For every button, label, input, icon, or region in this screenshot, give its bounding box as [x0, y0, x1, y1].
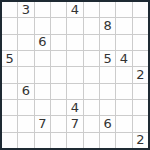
cell-r1c5: 4 [67, 2, 82, 17]
cell-r3c1[interactable] [2, 35, 17, 50]
cell-r5c1[interactable] [2, 67, 17, 82]
cell-r3c2[interactable] [18, 35, 33, 50]
cell-r8c8[interactable] [116, 116, 131, 131]
cell-r6c6[interactable] [84, 84, 99, 99]
cell-r9c5[interactable] [67, 133, 82, 148]
cell-r9c6[interactable] [84, 133, 99, 148]
cell-r8c4[interactable] [51, 116, 66, 131]
cell-r9c2[interactable] [18, 133, 33, 148]
cell-r1c2: 3 [18, 2, 33, 17]
cell-r1c6[interactable] [84, 2, 99, 17]
cell-r2c4[interactable] [51, 18, 66, 33]
cell-r2c3[interactable] [35, 18, 50, 33]
cell-r4c1: 5 [2, 51, 17, 66]
cell-r7c5: 4 [67, 100, 82, 115]
cell-r8c3: 7 [35, 116, 50, 131]
cell-r5c3[interactable] [35, 67, 50, 82]
cell-r4c9[interactable] [133, 51, 148, 66]
cell-r1c8[interactable] [116, 2, 131, 17]
cell-r2c5[interactable] [67, 18, 82, 33]
cell-r6c3[interactable] [35, 84, 50, 99]
cell-r1c1[interactable] [2, 2, 17, 17]
cell-r5c6[interactable] [84, 67, 99, 82]
cell-r4c2[interactable] [18, 51, 33, 66]
cell-r3c8[interactable] [116, 35, 131, 50]
cell-r5c9: 2 [133, 67, 148, 82]
cell-r7c4[interactable] [51, 100, 66, 115]
cell-r1c7[interactable] [100, 2, 115, 17]
cell-r5c2[interactable] [18, 67, 33, 82]
cell-r3c6[interactable] [84, 35, 99, 50]
cell-r8c5: 7 [67, 116, 82, 131]
cell-r1c9[interactable] [133, 2, 148, 17]
cell-r6c4[interactable] [51, 84, 66, 99]
cell-r2c1[interactable] [2, 18, 17, 33]
cell-r5c8[interactable] [116, 67, 131, 82]
cell-r8c9[interactable] [133, 116, 148, 131]
puzzle-board: 34865542647762 [0, 0, 150, 150]
cell-r8c7: 6 [100, 116, 115, 131]
cell-r6c9[interactable] [133, 84, 148, 99]
cell-r8c1[interactable] [2, 116, 17, 131]
cell-r3c4[interactable] [51, 35, 66, 50]
cell-r4c7: 5 [100, 51, 115, 66]
cell-r2c2[interactable] [18, 18, 33, 33]
cell-r9c8[interactable] [116, 133, 131, 148]
cell-r6c2: 6 [18, 84, 33, 99]
cell-r6c1[interactable] [2, 84, 17, 99]
cell-r5c5[interactable] [67, 67, 82, 82]
cell-r4c8: 4 [116, 51, 131, 66]
cell-r4c6[interactable] [84, 51, 99, 66]
cell-r2c9[interactable] [133, 18, 148, 33]
cell-r9c7[interactable] [100, 133, 115, 148]
cell-r7c9[interactable] [133, 100, 148, 115]
cell-r7c2[interactable] [18, 100, 33, 115]
cell-r7c3[interactable] [35, 100, 50, 115]
cell-r2c7: 8 [100, 18, 115, 33]
cell-r7c8[interactable] [116, 100, 131, 115]
cell-r4c4[interactable] [51, 51, 66, 66]
cell-r3c5[interactable] [67, 35, 82, 50]
cell-r5c4[interactable] [51, 67, 66, 82]
cell-r7c6[interactable] [84, 100, 99, 115]
cell-r4c5[interactable] [67, 51, 82, 66]
cell-r6c5[interactable] [67, 84, 82, 99]
cell-r2c6[interactable] [84, 18, 99, 33]
cell-r6c7[interactable] [100, 84, 115, 99]
cell-r9c9: 2 [133, 133, 148, 148]
cell-r1c4[interactable] [51, 2, 66, 17]
cell-r9c4[interactable] [51, 133, 66, 148]
cell-r3c7[interactable] [100, 35, 115, 50]
cell-r8c2[interactable] [18, 116, 33, 131]
cell-r1c3[interactable] [35, 2, 50, 17]
cell-r4c3[interactable] [35, 51, 50, 66]
cell-r3c9[interactable] [133, 35, 148, 50]
cell-r9c1[interactable] [2, 133, 17, 148]
cell-r2c8[interactable] [116, 18, 131, 33]
cell-r5c7[interactable] [100, 67, 115, 82]
cell-r8c6[interactable] [84, 116, 99, 131]
cell-r7c1[interactable] [2, 100, 17, 115]
cell-r6c8[interactable] [116, 84, 131, 99]
cell-r3c3: 6 [35, 35, 50, 50]
cell-r7c7[interactable] [100, 100, 115, 115]
cell-r9c3[interactable] [35, 133, 50, 148]
